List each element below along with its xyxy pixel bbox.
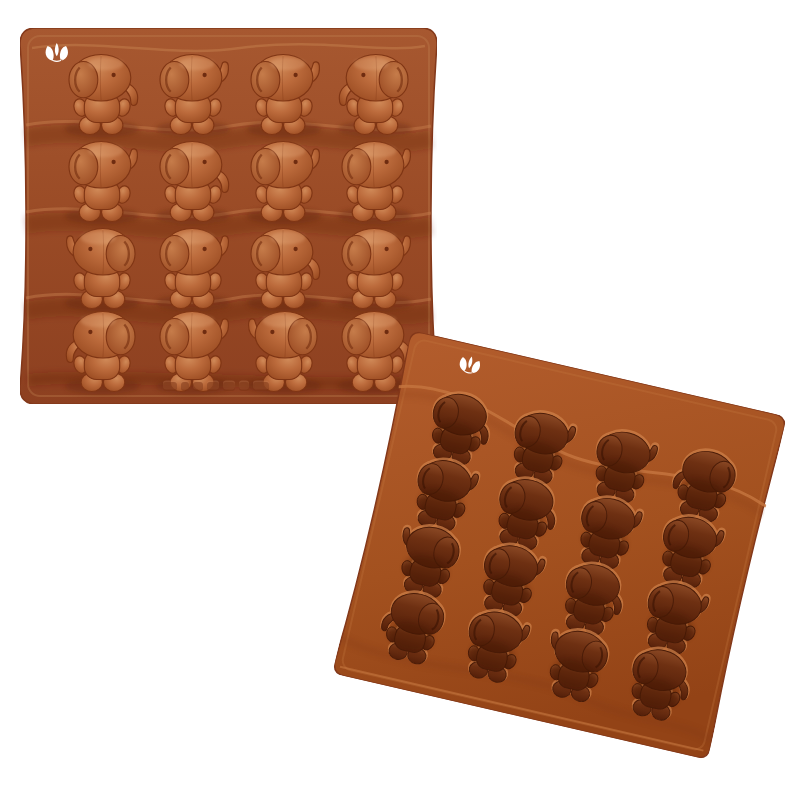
- front-mold: [20, 28, 437, 404]
- product-photo: [0, 0, 800, 800]
- tilted-mold-wrapper: [332, 330, 786, 760]
- tilted-mold: [332, 330, 786, 760]
